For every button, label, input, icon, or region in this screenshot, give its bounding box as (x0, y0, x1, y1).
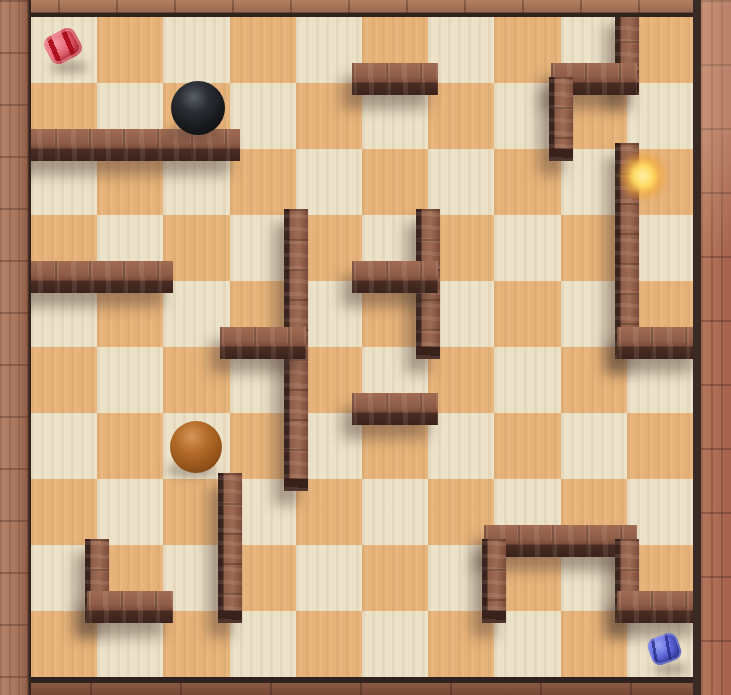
flame-glow (609, 142, 677, 210)
board-frame-left (0, 0, 31, 695)
maze-game-window (0, 0, 731, 695)
board-cell-c8r5 (494, 281, 560, 347)
board-cell-c6r3 (362, 149, 428, 215)
board-frame-bottom (0, 677, 731, 695)
board-cell-c2r6 (97, 347, 163, 413)
board-cell-c8r6 (494, 347, 560, 413)
board-cell-c7r3 (428, 149, 494, 215)
board-cell-c1r6 (31, 347, 97, 413)
board-cell-c2r7 (97, 413, 163, 479)
board-cell-c6r8 (362, 479, 428, 545)
board-cell-c4r1 (230, 17, 296, 83)
board-cell-c6r10 (362, 611, 428, 677)
maze-wall-h (617, 327, 703, 359)
board-cell-c1r8 (31, 479, 97, 545)
board-cell-c5r10 (296, 611, 362, 677)
brown-marble (170, 421, 222, 473)
maze-wall-h (21, 261, 173, 293)
board-cell-c5r3 (296, 149, 362, 215)
board-cell-c5r9 (296, 545, 362, 611)
board-frame-right (693, 0, 731, 695)
maze-wall-h (352, 393, 438, 425)
flame-core-icon (630, 162, 656, 190)
board-cell-c8r7 (494, 413, 560, 479)
board-cell-c3r1 (163, 17, 229, 83)
board-cell-c2r1 (97, 17, 163, 83)
checkerboard (31, 17, 693, 677)
board-frame-top (0, 0, 731, 17)
maze-wall-v (549, 77, 573, 161)
board-cell-c1r7 (31, 413, 97, 479)
maze-wall-h (617, 591, 703, 623)
board-cell-c9r7 (561, 413, 627, 479)
maze-wall-h (87, 591, 173, 623)
maze-wall-h (352, 261, 438, 293)
board-cell-c6r9 (362, 545, 428, 611)
board-cell-c2r8 (97, 479, 163, 545)
maze-wall-h (352, 63, 438, 95)
maze-wall-v (218, 473, 242, 623)
board-cell-c8r4 (494, 215, 560, 281)
maze-wall-v (482, 539, 506, 623)
black-marble (171, 81, 225, 135)
maze-wall-h (220, 327, 306, 359)
board-surface[interactable] (31, 17, 693, 677)
board-cell-c10r7 (627, 413, 693, 479)
